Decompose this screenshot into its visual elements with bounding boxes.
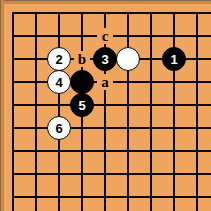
stone-white-4: 4 [47,70,71,94]
grid-line-h-6 [12,127,211,129]
stone-white-6: 6 [47,116,71,140]
grid-line-h-9 [12,196,211,198]
grid-line-v-1 [12,12,14,211]
go-board[interactable]: abc 123456 [0,0,211,211]
label-b: b [74,51,90,67]
grid-line-v-3 [58,12,60,211]
board-frame-top [0,0,211,4]
stone-white-plain [116,47,140,71]
board-frame-left [0,0,4,211]
stone-black-1: 1 [162,47,186,71]
grid-line-v-9 [196,12,198,211]
grid-line-v-7 [150,12,152,211]
grid-line-h-5 [12,104,211,106]
stone-black-5: 5 [70,93,94,117]
grid-line-h-1 [12,12,211,14]
grid-line-v-8 [173,12,175,211]
grid-line-h-8 [12,173,211,175]
stone-black-plain [70,70,94,94]
stone-white-2: 2 [47,47,71,71]
label-a: a [97,74,113,90]
grid-line-v-2 [35,12,37,211]
grid-line-v-6 [127,12,129,211]
stone-black-3: 3 [93,47,117,71]
label-c: c [97,28,113,44]
grid-line-h-7 [12,150,211,152]
